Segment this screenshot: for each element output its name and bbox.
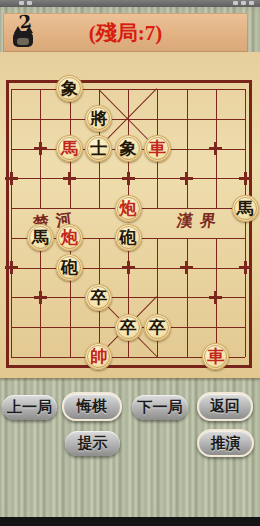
prev-game-button[interactable]: 上一局 xyxy=(2,395,57,420)
signal-icon xyxy=(233,1,238,5)
piece-black-file5-rank8[interactable]: 卒 xyxy=(144,314,171,341)
xiangqi-app: (殘局:7) 2 楚河 漢界 象將馬士象車炮馬馬炮砲砲卒卒卒帥車 上一局 悔棋 … xyxy=(0,0,260,526)
piece-char: 砲 xyxy=(120,224,137,251)
piece-char: 馬 xyxy=(61,135,78,162)
point-marker xyxy=(34,142,47,155)
cat-face-icon xyxy=(17,38,29,45)
point-marker xyxy=(180,172,193,185)
piece-char: 馬 xyxy=(32,224,49,251)
piece-char: 士 xyxy=(90,135,107,162)
piece-black-file2-rank6[interactable]: 砲 xyxy=(56,254,83,281)
title-bar: (殘局:7) 2 xyxy=(3,13,248,52)
page-title: (殘局:7) xyxy=(3,19,248,47)
piece-red-file5-rank2[interactable]: 車 xyxy=(144,135,171,162)
point-marker xyxy=(209,142,222,155)
battery-icon xyxy=(249,1,254,5)
notification-icon xyxy=(19,1,24,5)
simulate-button[interactable]: 推演 xyxy=(197,429,254,457)
back-button[interactable]: 返回 xyxy=(197,392,253,421)
piece-black-file3-rank2[interactable]: 士 xyxy=(85,135,112,162)
next-game-button[interactable]: 下一局 xyxy=(132,395,188,420)
piece-black-file4-rank2[interactable]: 象 xyxy=(115,135,142,162)
notification-icon xyxy=(27,1,32,5)
cat-avatar: 2 xyxy=(10,7,38,53)
point-marker xyxy=(180,261,193,274)
piece-red-file2-rank5[interactable]: 炮 xyxy=(56,224,83,251)
piece-red-file4-rank4[interactable]: 炮 xyxy=(115,195,142,222)
piece-black-file8-rank4[interactable]: 馬 xyxy=(232,195,259,222)
hint-button[interactable]: 提示 xyxy=(65,431,120,456)
piece-red-file2-rank2[interactable]: 馬 xyxy=(56,135,83,162)
xiangqi-board[interactable]: 楚河 漢界 象將馬士象車炮馬馬炮砲砲卒卒卒帥車 xyxy=(0,52,260,378)
point-marker xyxy=(122,172,135,185)
piece-char: 車 xyxy=(149,135,166,162)
piece-char: 馬 xyxy=(237,195,254,222)
wifi-icon xyxy=(241,1,246,5)
piece-char: 卒 xyxy=(149,314,166,341)
point-marker xyxy=(239,261,252,274)
point-marker xyxy=(209,291,222,304)
piece-char: 砲 xyxy=(61,254,78,281)
piece-char: 車 xyxy=(207,343,224,370)
point-marker xyxy=(5,261,18,274)
piece-char: 炮 xyxy=(61,224,78,251)
piece-char: 象 xyxy=(61,75,78,102)
piece-black-file3-rank7[interactable]: 卒 xyxy=(85,284,112,311)
point-marker xyxy=(63,172,76,185)
point-marker xyxy=(122,261,135,274)
piece-red-file7-rank9[interactable]: 車 xyxy=(202,343,229,370)
piece-char: 象 xyxy=(120,135,137,162)
piece-black-file4-rank5[interactable]: 砲 xyxy=(115,224,142,251)
piece-black-file3-rank1[interactable]: 將 xyxy=(85,105,112,132)
piece-char: 卒 xyxy=(120,314,137,341)
point-marker xyxy=(34,291,47,304)
piece-char: 帥 xyxy=(90,343,107,370)
piece-char: 炮 xyxy=(120,195,137,222)
piece-black-file1-rank5[interactable]: 馬 xyxy=(27,224,54,251)
point-marker xyxy=(5,172,18,185)
piece-black-file4-rank8[interactable]: 卒 xyxy=(115,314,142,341)
piece-black-file2-rank0[interactable]: 象 xyxy=(56,75,83,102)
piece-char: 將 xyxy=(90,105,107,132)
piece-red-file3-rank9[interactable]: 帥 xyxy=(85,343,112,370)
piece-char: 卒 xyxy=(90,284,107,311)
undo-button[interactable]: 悔棋 xyxy=(62,392,122,421)
status-bar xyxy=(0,0,260,7)
point-marker xyxy=(239,172,252,185)
android-nav-bar xyxy=(0,517,260,526)
board-intersection-grid: 象將馬士象車炮馬馬炮砲砲卒卒卒帥車 xyxy=(0,74,260,372)
